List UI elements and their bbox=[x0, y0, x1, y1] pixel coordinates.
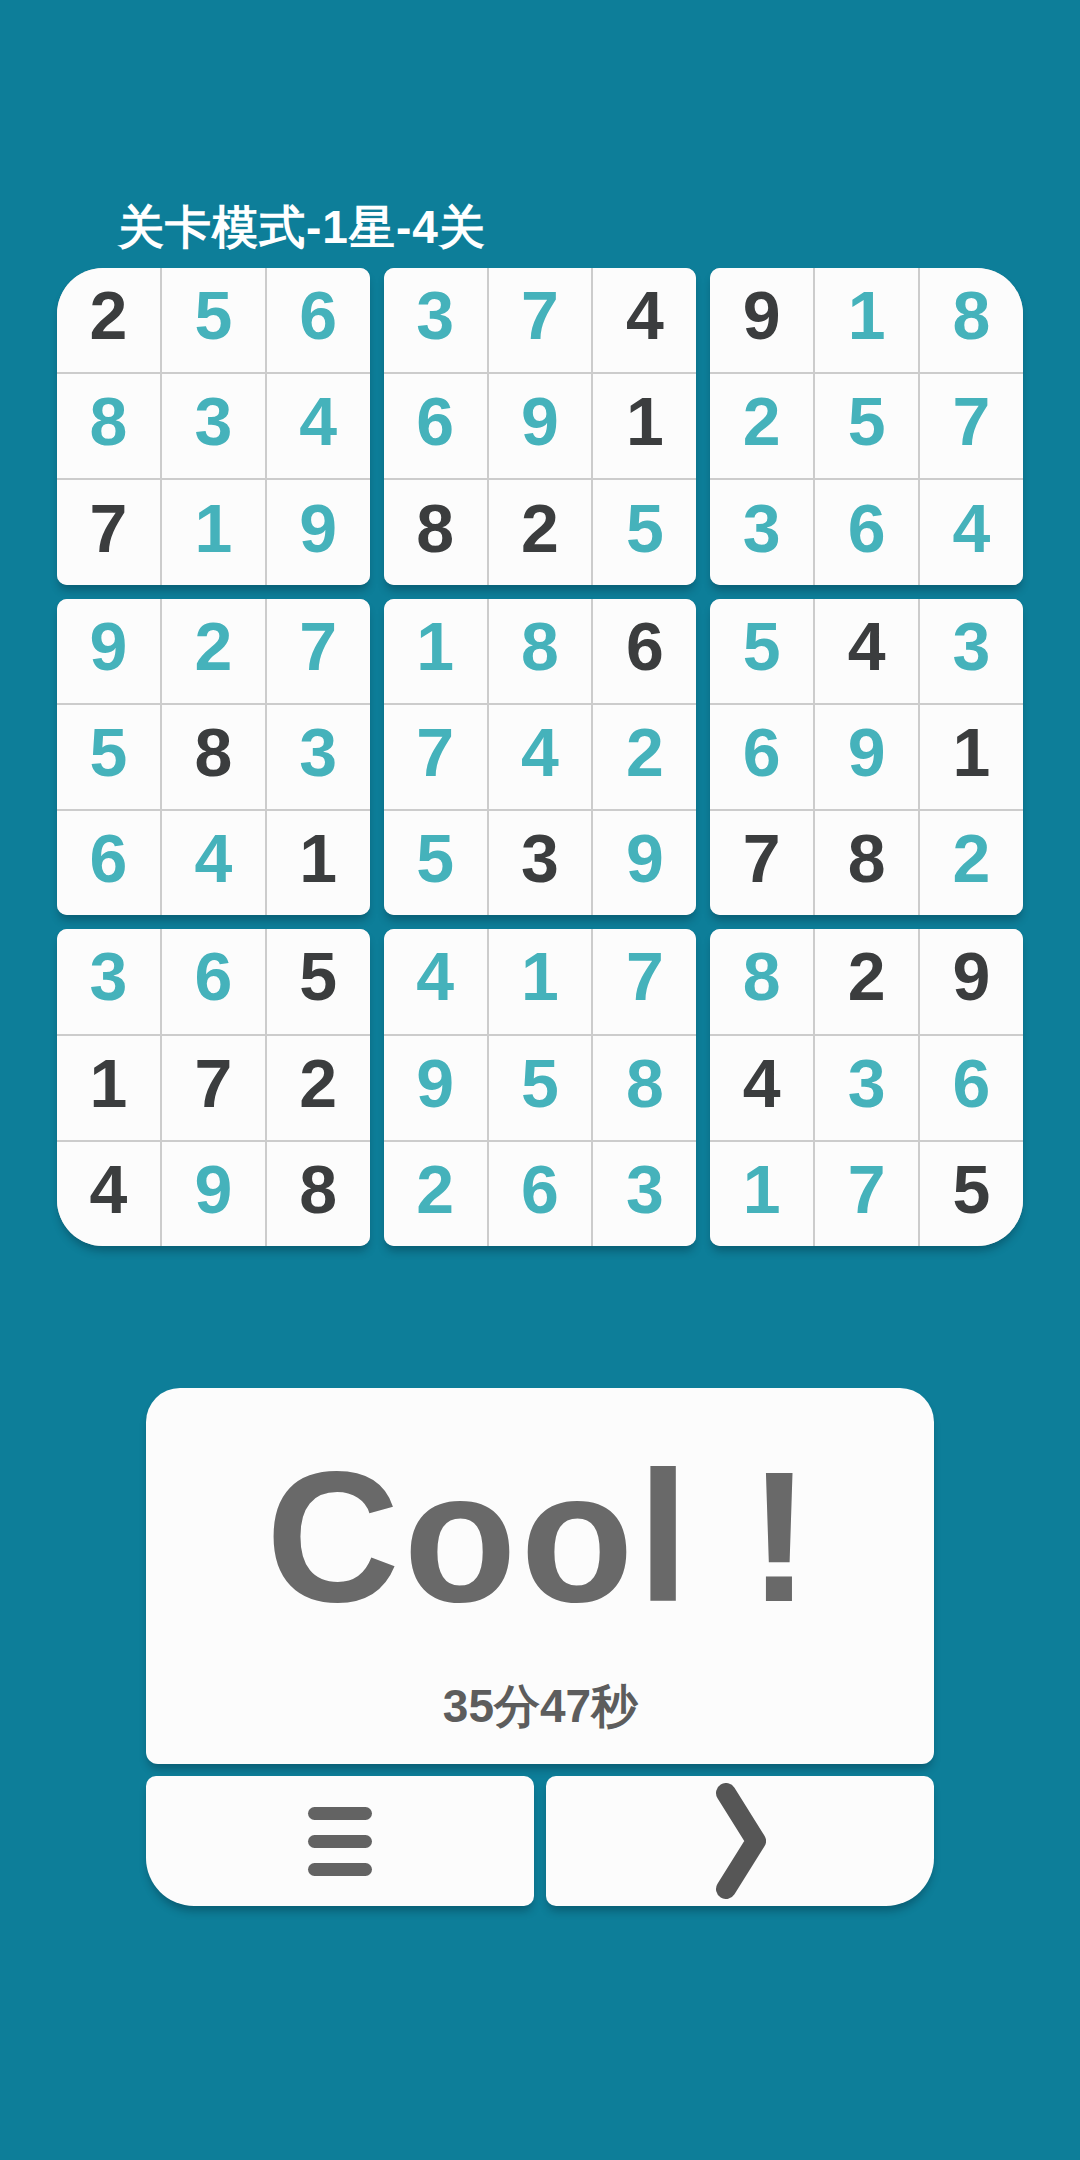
cell-r3c9: 4 bbox=[920, 480, 1023, 584]
app-screen: 关卡模式-1星-4关 25683471937469182591825736492… bbox=[0, 0, 1080, 2160]
cell-r3c7: 3 bbox=[710, 480, 813, 584]
cell-r8c9: 6 bbox=[920, 1036, 1023, 1140]
cell-r5c2: 8 bbox=[162, 705, 265, 809]
cell-r1c2: 5 bbox=[162, 268, 265, 372]
result-card: Cool ! 35分47秒 bbox=[146, 1388, 934, 1764]
cell-r6c3: 1 bbox=[267, 811, 370, 915]
cell-r5c3: 3 bbox=[267, 705, 370, 809]
cell-r5c9: 1 bbox=[920, 705, 1023, 809]
cell-r4c8: 4 bbox=[815, 599, 918, 703]
cell-r6c4: 5 bbox=[384, 811, 487, 915]
cell-r3c5: 2 bbox=[489, 480, 592, 584]
sudoku-board: 2568347193746918259182573649275836411867… bbox=[57, 268, 1023, 1246]
cell-r4c3: 7 bbox=[267, 599, 370, 703]
cell-r3c6: 5 bbox=[593, 480, 696, 584]
cell-r6c5: 3 bbox=[489, 811, 592, 915]
cell-r7c1: 3 bbox=[57, 929, 160, 1033]
cell-r5c8: 9 bbox=[815, 705, 918, 809]
cell-r7c6: 7 bbox=[593, 929, 696, 1033]
cell-r3c2: 1 bbox=[162, 480, 265, 584]
completion-time: 35分47秒 bbox=[443, 1676, 637, 1738]
cell-r9c6: 3 bbox=[593, 1142, 696, 1246]
cell-r5c4: 7 bbox=[384, 705, 487, 809]
cell-r1c5: 7 bbox=[489, 268, 592, 372]
board-block-1: 256834719 bbox=[57, 268, 370, 585]
cell-r9c2: 9 bbox=[162, 1142, 265, 1246]
cell-r1c1: 2 bbox=[57, 268, 160, 372]
cell-r9c4: 2 bbox=[384, 1142, 487, 1246]
cell-r8c1: 1 bbox=[57, 1036, 160, 1140]
cell-r8c7: 4 bbox=[710, 1036, 813, 1140]
board-block-5: 186742539 bbox=[384, 599, 697, 916]
cell-r2c6: 1 bbox=[593, 374, 696, 478]
cell-r4c7: 5 bbox=[710, 599, 813, 703]
cell-r2c3: 4 bbox=[267, 374, 370, 478]
cell-r6c2: 4 bbox=[162, 811, 265, 915]
board-block-3: 918257364 bbox=[710, 268, 1023, 585]
cell-r8c5: 5 bbox=[489, 1036, 592, 1140]
cell-r8c2: 7 bbox=[162, 1036, 265, 1140]
cell-r1c8: 1 bbox=[815, 268, 918, 372]
cell-r9c8: 7 bbox=[815, 1142, 918, 1246]
cell-r2c5: 9 bbox=[489, 374, 592, 478]
cell-r5c5: 4 bbox=[489, 705, 592, 809]
menu-icon bbox=[308, 1807, 372, 1876]
cell-r1c9: 8 bbox=[920, 268, 1023, 372]
cell-r2c1: 8 bbox=[57, 374, 160, 478]
cell-r8c6: 8 bbox=[593, 1036, 696, 1140]
cell-r8c8: 3 bbox=[815, 1036, 918, 1140]
cell-r3c1: 7 bbox=[57, 480, 160, 584]
cell-r1c6: 4 bbox=[593, 268, 696, 372]
cell-r9c7: 1 bbox=[710, 1142, 813, 1246]
cell-r2c7: 2 bbox=[710, 374, 813, 478]
cell-r3c8: 6 bbox=[815, 480, 918, 584]
menu-icon-bar bbox=[308, 1807, 372, 1820]
cell-r7c5: 1 bbox=[489, 929, 592, 1033]
result-message: Cool ! bbox=[266, 1388, 814, 1676]
cell-r2c8: 5 bbox=[815, 374, 918, 478]
board-block-9: 829436175 bbox=[710, 929, 1023, 1246]
cell-r7c8: 2 bbox=[815, 929, 918, 1033]
cell-r4c1: 9 bbox=[57, 599, 160, 703]
cell-r9c1: 4 bbox=[57, 1142, 160, 1246]
menu-button[interactable] bbox=[146, 1776, 534, 1906]
cell-r5c7: 6 bbox=[710, 705, 813, 809]
cell-r7c7: 8 bbox=[710, 929, 813, 1033]
cell-r1c4: 3 bbox=[384, 268, 487, 372]
cell-r7c3: 5 bbox=[267, 929, 370, 1033]
cell-r1c3: 6 bbox=[267, 268, 370, 372]
cell-r7c2: 6 bbox=[162, 929, 265, 1033]
board-block-4: 927583641 bbox=[57, 599, 370, 916]
menu-icon-bar bbox=[308, 1835, 372, 1848]
cell-r9c5: 6 bbox=[489, 1142, 592, 1246]
cell-r4c9: 3 bbox=[920, 599, 1023, 703]
cell-r3c3: 9 bbox=[267, 480, 370, 584]
board-block-8: 417958263 bbox=[384, 929, 697, 1246]
cell-r6c1: 6 bbox=[57, 811, 160, 915]
cell-r4c5: 8 bbox=[489, 599, 592, 703]
cell-r4c6: 6 bbox=[593, 599, 696, 703]
cell-r4c4: 1 bbox=[384, 599, 487, 703]
board-block-6: 543691782 bbox=[710, 599, 1023, 916]
cell-r1c7: 9 bbox=[710, 268, 813, 372]
cell-r9c9: 5 bbox=[920, 1142, 1023, 1246]
action-bar bbox=[146, 1776, 934, 1906]
chevron-right-icon bbox=[714, 1783, 766, 1899]
board-block-7: 365172498 bbox=[57, 929, 370, 1246]
cell-r6c8: 8 bbox=[815, 811, 918, 915]
board-block-2: 374691825 bbox=[384, 268, 697, 585]
cell-r8c4: 9 bbox=[384, 1036, 487, 1140]
cell-r7c9: 9 bbox=[920, 929, 1023, 1033]
cell-r6c7: 7 bbox=[710, 811, 813, 915]
cell-r9c3: 8 bbox=[267, 1142, 370, 1246]
cell-r5c1: 5 bbox=[57, 705, 160, 809]
cell-r2c2: 3 bbox=[162, 374, 265, 478]
cell-r6c9: 2 bbox=[920, 811, 1023, 915]
menu-icon-bar bbox=[308, 1863, 372, 1876]
cell-r7c4: 4 bbox=[384, 929, 487, 1033]
level-title: 关卡模式-1星-4关 bbox=[0, 0, 1080, 252]
next-level-button[interactable] bbox=[546, 1776, 934, 1906]
cell-r2c4: 6 bbox=[384, 374, 487, 478]
cell-r6c6: 9 bbox=[593, 811, 696, 915]
cell-r5c6: 2 bbox=[593, 705, 696, 809]
cell-r3c4: 8 bbox=[384, 480, 487, 584]
cell-r4c2: 2 bbox=[162, 599, 265, 703]
cell-r8c3: 2 bbox=[267, 1036, 370, 1140]
cell-r2c9: 7 bbox=[920, 374, 1023, 478]
